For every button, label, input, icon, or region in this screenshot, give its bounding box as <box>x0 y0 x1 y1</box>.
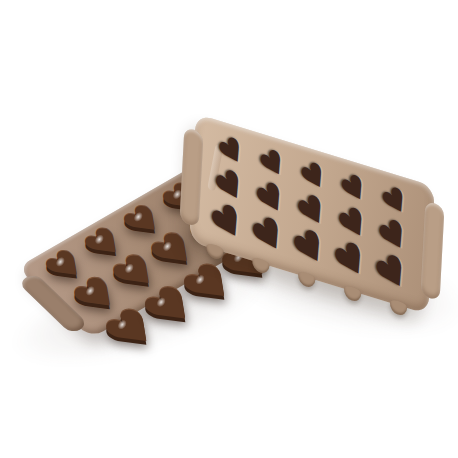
tray-end-tab <box>179 127 203 227</box>
product-photo: ♥♥♥♥♥♥♥♥♥♥♥♥♥♥♥ ♥♥♥♥♥♥♥♥♥♥♥♥♥♥♥ <box>0 0 458 458</box>
heart-cavity: ♥ <box>368 247 416 298</box>
